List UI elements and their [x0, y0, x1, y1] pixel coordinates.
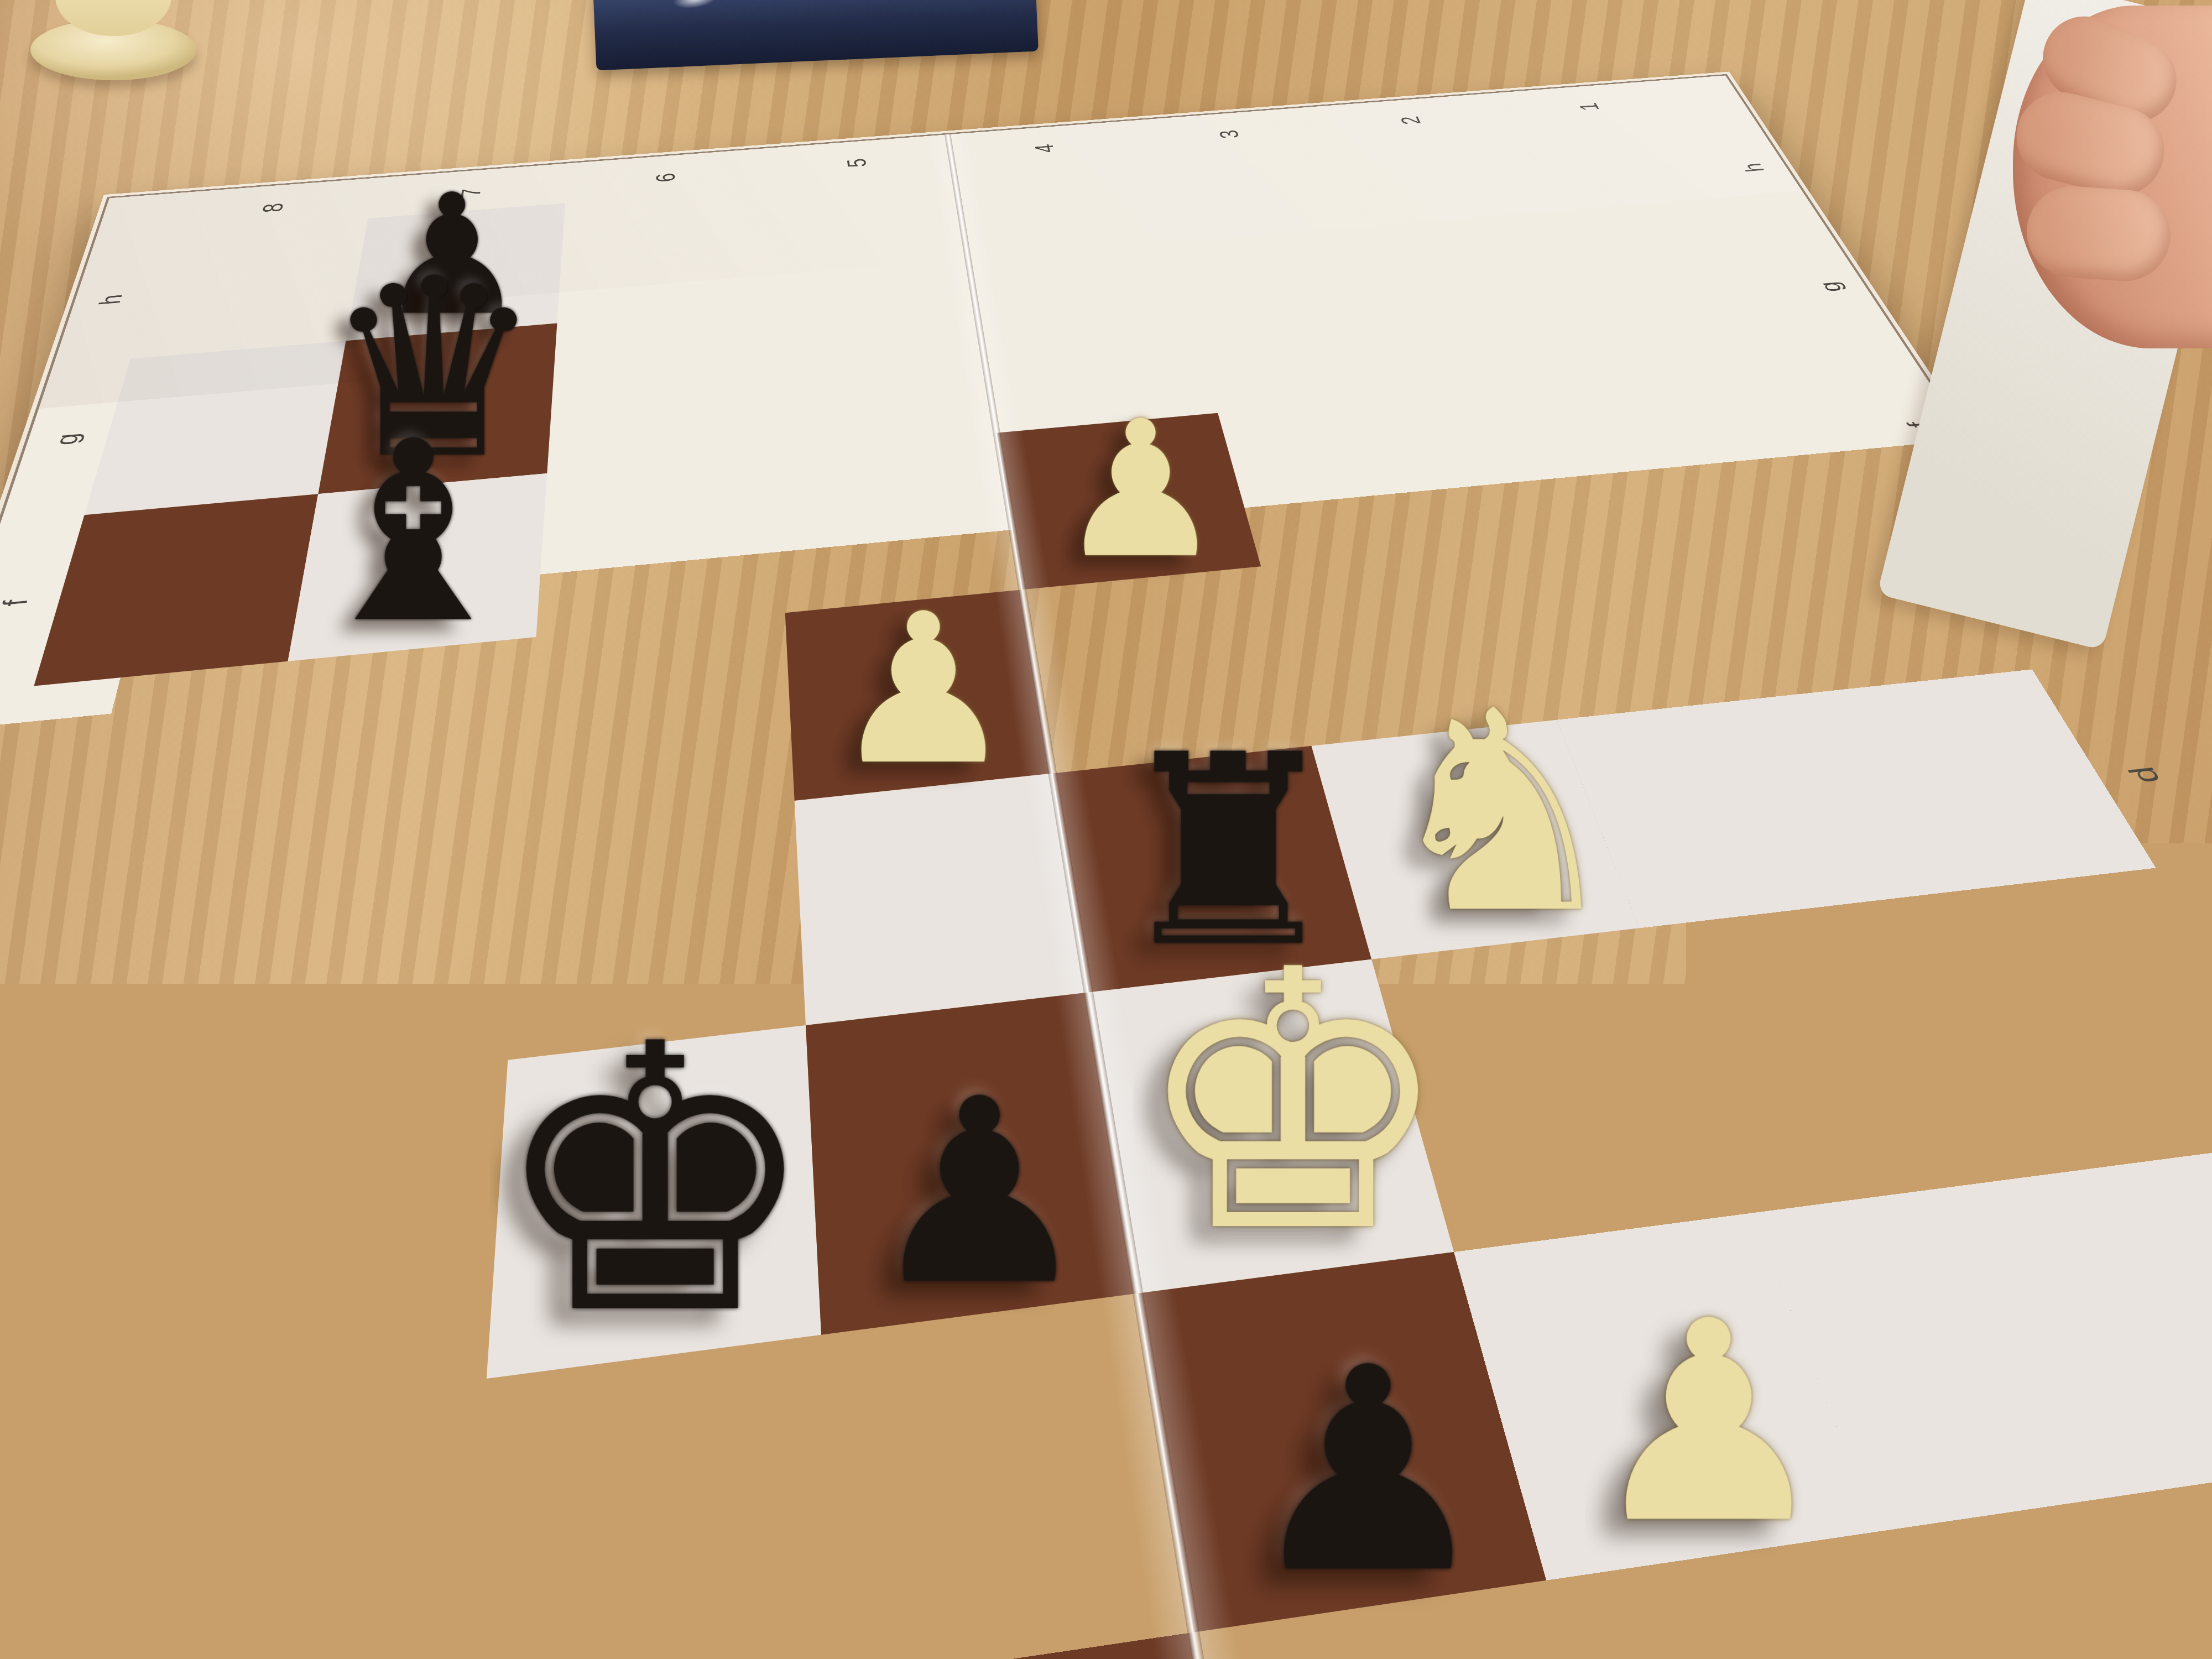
square-f4: ♟	[997, 413, 1261, 589]
black-bishop: ♝	[301, 415, 525, 651]
square-e7	[252, 637, 536, 858]
square-d7	[209, 830, 523, 1095]
coord-label-top-4: 4	[950, 132, 1140, 165]
white-pawn: ♟	[1056, 400, 1225, 579]
square-e8	[0, 661, 288, 888]
white-pawn: ♟	[830, 591, 1016, 788]
hand	[1985, 0, 2212, 371]
coord-label-top-6: 6	[568, 161, 763, 195]
square-c6: ♚	[486, 1025, 821, 1379]
coord-label-top-2: 2	[1317, 105, 1504, 136]
white-king: ♚	[1133, 933, 1453, 1272]
square-e5: ♟	[785, 589, 1052, 801]
black-pawn: ♟	[1242, 1337, 1494, 1604]
square-f6	[536, 452, 785, 637]
square-b6	[462, 1335, 839, 1659]
black-king: ♚	[490, 1006, 820, 1356]
coord-label-top-3: 3	[1135, 118, 1324, 150]
coord-label-top-5: 5	[761, 147, 952, 180]
hand-finger	[2024, 183, 2174, 284]
coord-label-top-1: 1	[1496, 91, 1682, 122]
square-e6	[523, 613, 795, 830]
square-c4: ♚	[1088, 959, 1453, 1293]
square-c7	[150, 1060, 508, 1423]
board-frame: 87654321 87654321 hgfedcba hgfedcba ♟♛♝♟…	[0, 74, 2212, 1659]
square-g6	[547, 306, 777, 473]
square-h6	[557, 187, 770, 323]
square-f7: ♝	[288, 473, 547, 661]
white-pawn: ♟	[1585, 1291, 1833, 1554]
captured-white-piece	[8, 0, 213, 83]
square-f8	[34, 494, 318, 686]
black-pawn: ♟	[865, 1072, 1093, 1314]
square-a2	[1878, 1484, 2212, 1659]
square-c5: ♟	[806, 993, 1138, 1335]
